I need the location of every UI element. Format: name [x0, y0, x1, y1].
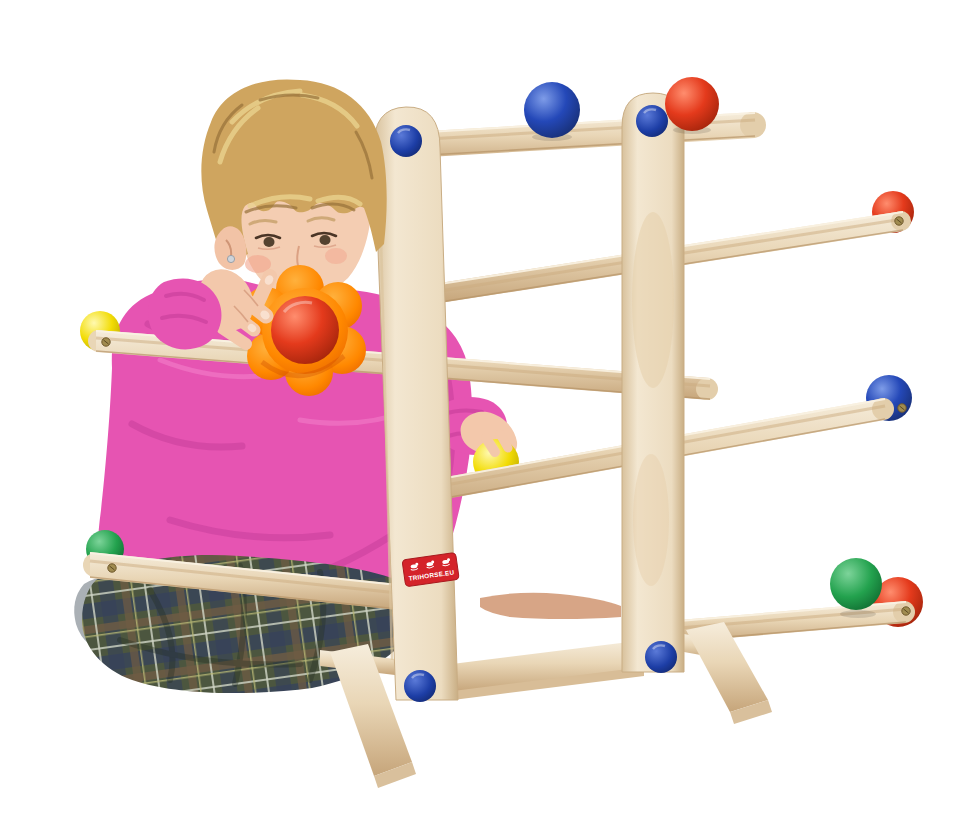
right-post	[622, 93, 684, 673]
child-head	[201, 79, 386, 296]
ball-red-in-flower	[271, 296, 339, 364]
ball-blue-top	[524, 82, 580, 138]
rail-end-cap	[740, 112, 766, 138]
screw	[895, 217, 903, 225]
ball-green-on-track	[830, 558, 882, 610]
photo-stage: TRIHORSE.EU	[0, 0, 980, 829]
screw	[902, 607, 910, 615]
screw	[102, 338, 110, 346]
cheek-blush	[325, 248, 347, 264]
screw	[108, 564, 116, 572]
child-foot	[480, 593, 621, 619]
earring	[227, 255, 234, 262]
screw	[898, 404, 906, 412]
marble-run-photo: TRIHORSE.EU	[0, 0, 980, 829]
right-cuff	[148, 278, 221, 349]
rail-end-cap	[696, 378, 718, 400]
ball-red-top	[665, 77, 719, 131]
